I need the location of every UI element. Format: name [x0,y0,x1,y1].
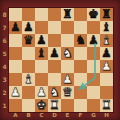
square-b6[interactable]: ♛ [22,34,35,47]
file-label-h: H [100,111,113,120]
rank-label-6: 6 [0,34,9,47]
piece-black-rook[interactable]: ♜ [61,8,74,21]
file-label-f: F [74,111,87,120]
square-g8[interactable]: ♚ [87,8,100,21]
square-f3[interactable] [74,73,87,86]
square-g2[interactable] [87,86,100,99]
piece-white-pawn[interactable]: ♟ [9,86,22,99]
square-a6[interactable] [9,34,22,47]
square-h3[interactable] [100,73,113,86]
file-label-a: A [9,111,22,120]
square-d7[interactable] [48,21,61,34]
piece-black-bishop[interactable]: ♝ [35,47,48,60]
rank-label-8: 8 [0,8,9,21]
piece-white-pawn[interactable]: ♟ [100,60,113,73]
chess-board-frame: 87654321 ♜♚♜♟♟♝♛♟♞♟♝♝♟♞♟♟♝♟♟♟♞♛♚♜♜ ABCDE… [0,0,120,120]
chess-board[interactable]: ♜♚♜♟♟♝♛♟♞♟♝♝♟♞♟♟♝♟♟♟♞♛♚♜♜ [9,8,113,112]
file-labels: ABCDEFGH [9,111,113,120]
square-c8[interactable] [35,8,48,21]
file-label-b: B [22,111,35,120]
piece-white-bishop[interactable]: ♝ [22,73,35,86]
square-c5[interactable]: ♝ [35,47,48,60]
piece-black-pawn[interactable]: ♟ [87,34,100,47]
rank-label-7: 7 [0,21,9,34]
square-f4[interactable] [74,60,87,73]
square-a4[interactable] [9,60,22,73]
square-f6[interactable]: ♞ [74,34,87,47]
square-h4[interactable]: ♟ [100,60,113,73]
file-label-c: C [35,111,48,120]
file-label-d: D [48,111,61,120]
square-e7[interactable] [61,21,74,34]
square-b2[interactable] [22,86,35,99]
rank-labels: 87654321 [0,8,9,112]
square-f2[interactable] [74,86,87,99]
file-label-g: G [87,111,100,120]
square-b5[interactable] [22,47,35,60]
square-e2[interactable]: ♛ [61,86,74,99]
piece-black-pawn[interactable]: ♟ [48,47,61,60]
square-f5[interactable] [74,47,87,60]
rank-label-1: 1 [0,99,9,112]
square-d8[interactable] [48,8,61,21]
square-f8[interactable] [74,8,87,21]
square-g4[interactable] [87,60,100,73]
square-a2[interactable]: ♟ [9,86,22,99]
piece-black-pawn[interactable]: ♟ [9,21,22,34]
square-b3[interactable]: ♝ [22,73,35,86]
square-g6[interactable]: ♟ [87,34,100,47]
square-g5[interactable] [87,47,100,60]
rank-label-5: 5 [0,47,9,60]
square-e5[interactable]: ♞ [61,47,74,60]
file-label-e: E [61,111,74,120]
rank-label-4: 4 [0,60,9,73]
square-d4[interactable] [48,60,61,73]
piece-white-queen[interactable]: ♛ [61,86,74,99]
square-c4[interactable] [35,60,48,73]
piece-white-knight[interactable]: ♞ [61,47,74,60]
rank-label-2: 2 [0,86,9,99]
square-e8[interactable]: ♜ [61,8,74,21]
square-a7[interactable]: ♟ [9,21,22,34]
piece-black-queen[interactable]: ♛ [22,34,35,47]
rank-label-3: 3 [0,73,9,86]
square-g3[interactable] [87,73,100,86]
piece-black-king[interactable]: ♚ [87,8,100,21]
square-a5[interactable] [9,47,22,60]
piece-black-knight[interactable]: ♞ [74,34,87,47]
square-d5[interactable]: ♟ [48,47,61,60]
